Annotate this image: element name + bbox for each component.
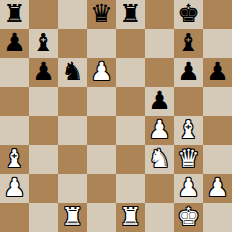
square-a1[interactable] [0,203,29,232]
white-rook[interactable]: ♜ [116,203,145,232]
black-bishop[interactable]: ♝ [174,29,203,58]
square-g5[interactable] [174,87,203,116]
chess-board: ♜♛♜♚♟♝♝♟♞♟♟♟♟♟♝♝♞♛♟♟♟♜♜♚ [0,0,232,232]
square-c8[interactable] [58,0,87,29]
black-pawn[interactable]: ♟ [174,58,203,87]
square-f3[interactable]: ♞ [145,145,174,174]
square-d6[interactable]: ♟ [87,58,116,87]
black-pawn[interactable]: ♟ [0,29,29,58]
square-h3[interactable] [203,145,232,174]
square-e8[interactable]: ♜ [116,0,145,29]
square-d2[interactable] [87,174,116,203]
black-rook[interactable]: ♜ [116,0,145,29]
black-knight[interactable]: ♞ [58,58,87,87]
square-c5[interactable] [58,87,87,116]
square-g7[interactable]: ♝ [174,29,203,58]
square-h4[interactable] [203,116,232,145]
square-a2[interactable]: ♟ [0,174,29,203]
square-e2[interactable] [116,174,145,203]
square-h8[interactable] [203,0,232,29]
square-f1[interactable] [145,203,174,232]
square-b5[interactable] [29,87,58,116]
square-e7[interactable] [116,29,145,58]
square-f8[interactable] [145,0,174,29]
square-h2[interactable]: ♟ [203,174,232,203]
square-b1[interactable] [29,203,58,232]
square-h6[interactable]: ♟ [203,58,232,87]
square-d4[interactable] [87,116,116,145]
white-bishop[interactable]: ♝ [0,145,29,174]
square-f7[interactable] [145,29,174,58]
square-a6[interactable] [0,58,29,87]
white-queen[interactable]: ♛ [174,145,203,174]
square-a8[interactable]: ♜ [0,0,29,29]
square-d8[interactable]: ♛ [87,0,116,29]
square-g8[interactable]: ♚ [174,0,203,29]
square-a3[interactable]: ♝ [0,145,29,174]
white-pawn[interactable]: ♟ [203,174,232,203]
square-d1[interactable] [87,203,116,232]
square-a7[interactable]: ♟ [0,29,29,58]
white-rook[interactable]: ♜ [58,203,87,232]
square-g2[interactable]: ♟ [174,174,203,203]
square-b4[interactable] [29,116,58,145]
square-h5[interactable] [203,87,232,116]
black-queen[interactable]: ♛ [87,0,116,29]
black-pawn[interactable]: ♟ [203,58,232,87]
square-b8[interactable] [29,0,58,29]
white-pawn[interactable]: ♟ [0,174,29,203]
black-bishop[interactable]: ♝ [29,29,58,58]
square-c7[interactable] [58,29,87,58]
square-e6[interactable] [116,58,145,87]
square-f5[interactable]: ♟ [145,87,174,116]
square-f6[interactable] [145,58,174,87]
square-f2[interactable] [145,174,174,203]
square-d3[interactable] [87,145,116,174]
square-c6[interactable]: ♞ [58,58,87,87]
square-a4[interactable] [0,116,29,145]
square-e4[interactable] [116,116,145,145]
square-g3[interactable]: ♛ [174,145,203,174]
square-a5[interactable] [0,87,29,116]
square-d7[interactable] [87,29,116,58]
square-b6[interactable]: ♟ [29,58,58,87]
square-h1[interactable] [203,203,232,232]
square-f4[interactable]: ♟ [145,116,174,145]
black-pawn[interactable]: ♟ [29,58,58,87]
square-d5[interactable] [87,87,116,116]
black-king[interactable]: ♚ [174,0,203,29]
square-c3[interactable] [58,145,87,174]
square-c4[interactable] [58,116,87,145]
square-g1[interactable]: ♚ [174,203,203,232]
white-king[interactable]: ♚ [174,203,203,232]
white-knight[interactable]: ♞ [145,145,174,174]
square-g4[interactable]: ♝ [174,116,203,145]
square-c2[interactable] [58,174,87,203]
square-g6[interactable]: ♟ [174,58,203,87]
white-pawn[interactable]: ♟ [87,58,116,87]
square-e3[interactable] [116,145,145,174]
white-pawn[interactable]: ♟ [174,174,203,203]
square-b2[interactable] [29,174,58,203]
square-b3[interactable] [29,145,58,174]
black-pawn[interactable]: ♟ [145,87,174,116]
white-pawn[interactable]: ♟ [145,116,174,145]
square-b7[interactable]: ♝ [29,29,58,58]
black-rook[interactable]: ♜ [0,0,29,29]
square-h7[interactable] [203,29,232,58]
square-e5[interactable] [116,87,145,116]
square-c1[interactable]: ♜ [58,203,87,232]
white-bishop[interactable]: ♝ [174,116,203,145]
square-e1[interactable]: ♜ [116,203,145,232]
